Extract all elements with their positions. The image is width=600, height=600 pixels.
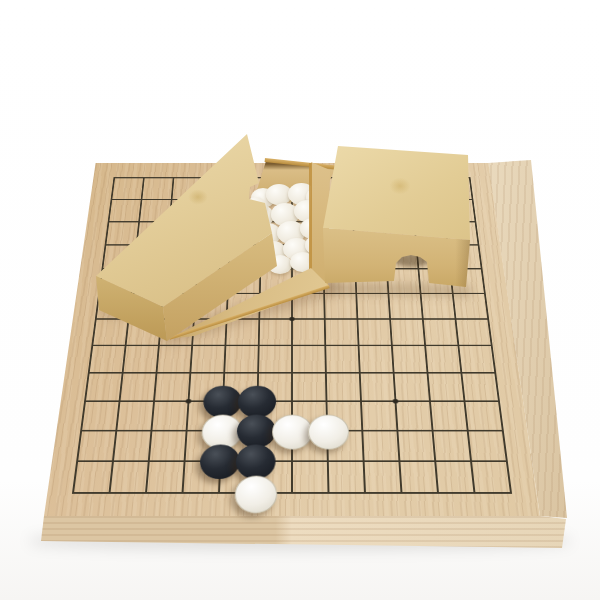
- closed-box-top-face: [323, 145, 470, 240]
- go-set-photo: Overhead product photo of a wooden 13x13…: [0, 0, 600, 600]
- closed-stone-box: [0, 0, 600, 600]
